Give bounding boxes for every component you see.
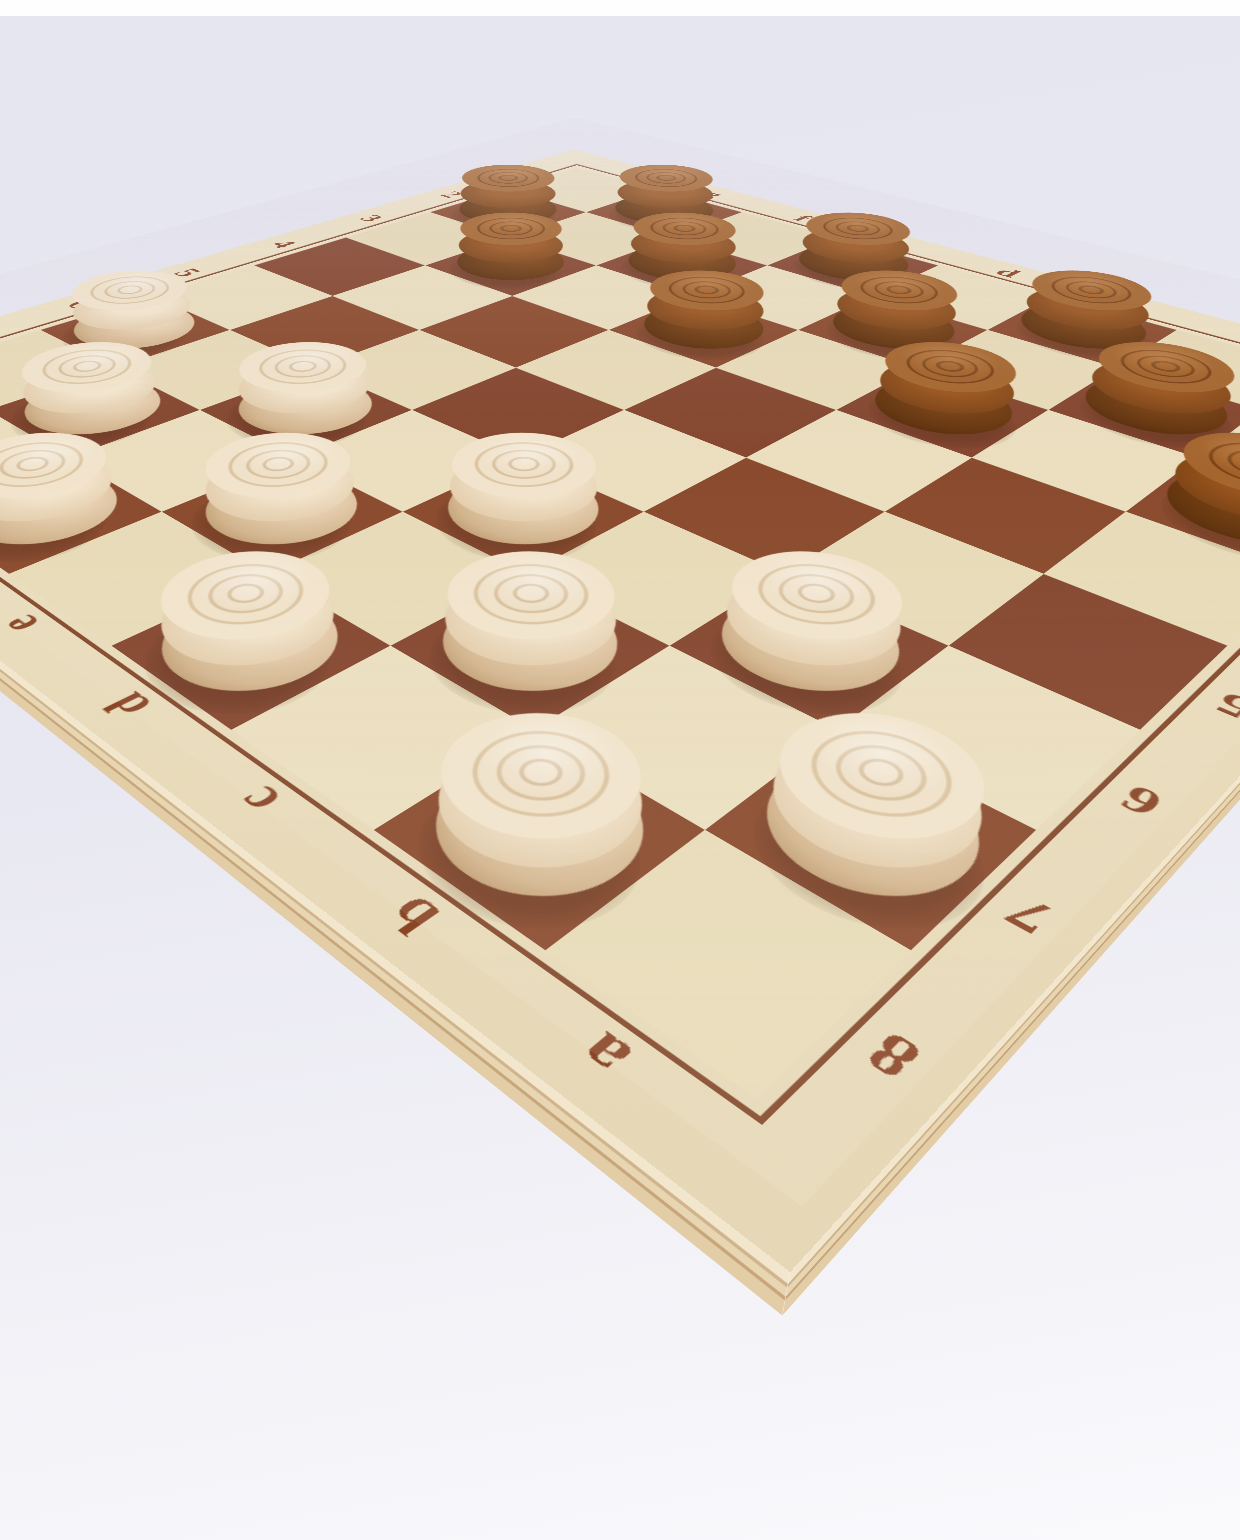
scene: hhggffeeddccbbaa1122334455667788⛀⛀⛀⛀⛀⛀⛀⛀… xyxy=(0,0,1240,1540)
checkers-board: hhggffeeddccbbaa1122334455667788⛀⛀⛀⛀⛀⛀⛀⛀… xyxy=(0,149,1240,1272)
photo-background: hhggffeeddccbbaa1122334455667788⛀⛀⛀⛀⛀⛀⛀⛀… xyxy=(0,0,1240,1540)
